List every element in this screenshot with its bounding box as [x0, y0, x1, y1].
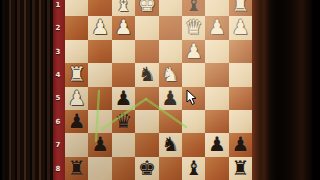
board-square[interactable] [135, 40, 158, 63]
board-square[interactable]: ♞ [159, 133, 182, 156]
board-square[interactable] [88, 0, 111, 16]
chess-piece-white-rook[interactable]: ♜ [68, 63, 86, 86]
board-square[interactable]: ♜ [229, 157, 252, 180]
chess-piece-white-pawn[interactable]: ♟ [115, 16, 133, 39]
chess-piece-black-pawn[interactable]: ♟ [91, 133, 109, 156]
board-square[interactable] [205, 87, 228, 110]
chess-piece-black-bishop[interactable]: ♝ [185, 157, 203, 180]
board-square[interactable] [205, 63, 228, 86]
board-square[interactable] [88, 63, 111, 86]
board-square[interactable] [65, 0, 88, 16]
board-square[interactable]: ♟ [182, 40, 205, 63]
board-square[interactable] [159, 40, 182, 63]
board-square[interactable] [88, 87, 111, 110]
board-square[interactable]: ♟ [65, 87, 88, 110]
board-square[interactable] [229, 40, 252, 63]
board-square[interactable]: ♝ [182, 0, 205, 16]
wood-frame-right [252, 0, 320, 180]
board-square[interactable] [159, 157, 182, 180]
chess-piece-black-pawn[interactable]: ♟ [115, 87, 133, 110]
board-square[interactable] [135, 87, 158, 110]
video-frame: 12345678 ♝♚♝♜♟♟♛♟♟♟♜♞♞♟♟♟♟♛♟♞♟♟♜♚♝♜ [0, 0, 320, 180]
rank-label: 3 [53, 48, 63, 56]
board-square[interactable]: ♞ [159, 63, 182, 86]
board-square[interactable] [65, 133, 88, 156]
chess-piece-black-queen[interactable]: ♛ [115, 110, 133, 133]
board-square[interactable]: ♝ [182, 157, 205, 180]
board-square[interactable] [229, 63, 252, 86]
board-square[interactable] [182, 110, 205, 133]
board-square[interactable] [205, 157, 228, 180]
rank-label: 5 [53, 94, 63, 102]
chess-piece-white-queen[interactable]: ♛ [185, 16, 203, 39]
chess-piece-white-pawn[interactable]: ♟ [91, 16, 109, 39]
chess-piece-black-pawn[interactable]: ♟ [232, 133, 250, 156]
board-square[interactable] [205, 110, 228, 133]
board-square[interactable] [88, 110, 111, 133]
board-square[interactable] [112, 63, 135, 86]
board-square[interactable] [135, 16, 158, 39]
board-square[interactable] [135, 133, 158, 156]
chess-piece-white-pawn[interactable]: ♟ [208, 16, 226, 39]
chess-piece-white-pawn[interactable]: ♟ [232, 16, 250, 39]
board-square[interactable]: ♚ [135, 157, 158, 180]
board-square[interactable] [159, 110, 182, 133]
board-square[interactable] [88, 157, 111, 180]
board-square[interactable]: ♛ [112, 110, 135, 133]
wood-frame-left [0, 0, 53, 180]
chess-piece-white-bishop[interactable]: ♝ [115, 0, 133, 16]
chess-piece-white-pawn[interactable]: ♟ [185, 40, 203, 63]
board-square[interactable]: ♟ [205, 16, 228, 39]
chess-piece-white-rook[interactable]: ♜ [232, 0, 250, 16]
chess-piece-black-pawn[interactable]: ♟ [208, 133, 226, 156]
board-square[interactable] [65, 40, 88, 63]
rank-label: 6 [53, 118, 63, 126]
board-square[interactable] [88, 40, 111, 63]
board-square[interactable] [229, 87, 252, 110]
board-square[interactable]: ♟ [229, 16, 252, 39]
rank-label: 7 [53, 141, 63, 149]
board-square[interactable] [65, 16, 88, 39]
board-square[interactable]: ♚ [135, 0, 158, 16]
chess-piece-black-pawn[interactable]: ♟ [161, 87, 179, 110]
board-square[interactable]: ♟ [65, 110, 88, 133]
board-square[interactable] [182, 133, 205, 156]
chess-piece-black-pawn[interactable]: ♟ [68, 110, 86, 133]
board-square[interactable] [112, 40, 135, 63]
board-square[interactable] [135, 110, 158, 133]
board-square[interactable] [112, 133, 135, 156]
rank-label: 4 [53, 71, 63, 79]
board-square[interactable] [205, 0, 228, 16]
board-square[interactable]: ♜ [65, 157, 88, 180]
board-square[interactable] [182, 87, 205, 110]
chess-piece-black-bishop[interactable]: ♝ [185, 0, 203, 16]
chess-piece-white-pawn[interactable]: ♟ [68, 87, 86, 110]
chess-piece-black-rook[interactable]: ♜ [68, 157, 86, 180]
board-square[interactable]: ♛ [182, 16, 205, 39]
board-square[interactable]: ♟ [88, 16, 111, 39]
board-square[interactable]: ♜ [65, 63, 88, 86]
board-square[interactable]: ♟ [88, 133, 111, 156]
chess-piece-black-rook[interactable]: ♜ [232, 157, 250, 180]
chess-piece-black-knight[interactable]: ♞ [138, 63, 156, 86]
chess-board[interactable]: ♝♚♝♜♟♟♛♟♟♟♜♞♞♟♟♟♟♛♟♞♟♟♜♚♝♜ [65, 0, 252, 180]
board-square[interactable]: ♝ [112, 0, 135, 16]
rank-label-strip: 12345678 [53, 0, 65, 180]
board-square[interactable]: ♟ [112, 16, 135, 39]
board-square[interactable]: ♟ [205, 133, 228, 156]
board-square[interactable]: ♟ [159, 87, 182, 110]
rank-label: 8 [53, 165, 63, 173]
chess-piece-white-knight[interactable]: ♞ [161, 63, 179, 86]
rank-label: 1 [53, 1, 63, 9]
board-square[interactable]: ♟ [112, 87, 135, 110]
board-square[interactable]: ♞ [135, 63, 158, 86]
chess-piece-white-king[interactable]: ♚ [138, 0, 156, 16]
board-square[interactable] [205, 40, 228, 63]
board-square[interactable] [159, 0, 182, 16]
rank-label: 2 [53, 24, 63, 32]
board-square[interactable] [229, 110, 252, 133]
chess-piece-black-king[interactable]: ♚ [138, 157, 156, 180]
board-square[interactable]: ♟ [229, 133, 252, 156]
board-square[interactable] [182, 63, 205, 86]
chess-piece-black-knight[interactable]: ♞ [161, 133, 179, 156]
board-square[interactable]: ♜ [229, 0, 252, 16]
board-square[interactable] [112, 157, 135, 180]
board-square[interactable] [159, 16, 182, 39]
